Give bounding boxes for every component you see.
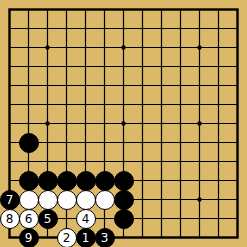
white-stone-b2: 6 (19, 209, 39, 229)
black-stone-d4 (57, 171, 77, 191)
white-stone-e2: 4 (76, 209, 96, 229)
move-number: 4 (82, 212, 90, 224)
black-stone-b4 (19, 171, 39, 191)
move-number: 2 (63, 231, 71, 243)
stones-layer: 123456789 (0, 0, 247, 247)
move-number: 3 (101, 231, 109, 243)
move-number: 6 (25, 212, 33, 224)
black-stone-f4 (95, 171, 115, 191)
white-stone-c3 (38, 190, 58, 210)
black-stone-g2 (114, 209, 134, 229)
black-stone-e1: 1 (76, 228, 96, 247)
black-stone-e4 (76, 171, 96, 191)
move-number: 5 (44, 212, 52, 224)
black-stone-f1: 3 (95, 228, 115, 247)
black-stone-b6 (19, 133, 39, 153)
white-stone-a2: 8 (0, 209, 20, 229)
move-number: 1 (82, 231, 90, 243)
move-number: 8 (6, 212, 14, 224)
black-stone-c2: 5 (38, 209, 58, 229)
black-stone-a3: 7 (0, 190, 20, 210)
black-stone-c4 (38, 171, 58, 191)
black-stone-b1: 9 (19, 228, 39, 247)
white-stone-f3 (95, 190, 115, 210)
move-number: 9 (25, 231, 33, 243)
black-stone-g3 (114, 190, 134, 210)
white-stone-d3 (57, 190, 77, 210)
black-stone-g4 (114, 171, 134, 191)
white-stone-b3 (19, 190, 39, 210)
move-number: 7 (6, 193, 14, 205)
white-stone-e3 (76, 190, 96, 210)
white-stone-d1: 2 (57, 228, 77, 247)
go-board[interactable]: 123456789 (0, 0, 247, 247)
